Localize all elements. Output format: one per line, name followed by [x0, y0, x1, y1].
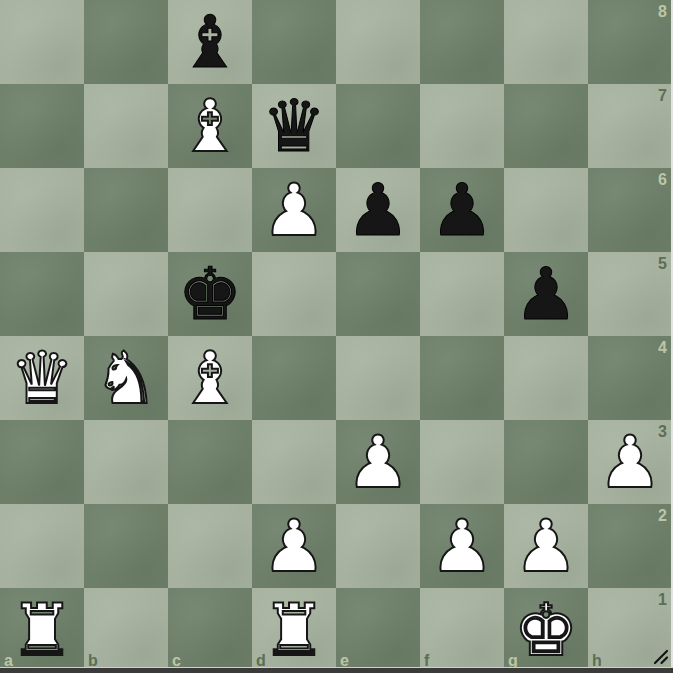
square-c8[interactable]: ♝: [168, 0, 252, 84]
square-f2[interactable]: ♟: [420, 504, 504, 588]
black-pawn[interactable]: ♟: [504, 252, 588, 336]
chess-board: ♝8♝♛7♟♟♟6♚♟5♛♞♝4♟3♟♟♟♟2a♜bcd♜efg♚h1: [0, 0, 672, 672]
square-a6[interactable]: [0, 168, 84, 252]
square-c6[interactable]: [168, 168, 252, 252]
white-rook[interactable]: ♜: [0, 588, 84, 672]
rank-label-7: 7: [658, 87, 667, 105]
rank-label-5: 5: [658, 255, 667, 273]
square-d5[interactable]: [252, 252, 336, 336]
square-h2[interactable]: 2: [588, 504, 672, 588]
square-a4[interactable]: ♛: [0, 336, 84, 420]
white-pawn[interactable]: ♟: [252, 504, 336, 588]
square-a2[interactable]: [0, 504, 84, 588]
square-d7[interactable]: ♛: [252, 84, 336, 168]
square-b4[interactable]: ♞: [84, 336, 168, 420]
square-c4[interactable]: ♝: [168, 336, 252, 420]
square-b6[interactable]: [84, 168, 168, 252]
rank-label-4: 4: [658, 339, 667, 357]
square-e1[interactable]: e: [336, 588, 420, 672]
white-pawn[interactable]: ♟: [252, 168, 336, 252]
white-queen[interactable]: ♛: [0, 336, 84, 420]
white-pawn[interactable]: ♟: [420, 504, 504, 588]
square-d2[interactable]: ♟: [252, 504, 336, 588]
white-bishop[interactable]: ♝: [168, 84, 252, 168]
square-f6[interactable]: ♟: [420, 168, 504, 252]
square-f4[interactable]: [420, 336, 504, 420]
square-h8[interactable]: 8: [588, 0, 672, 84]
black-bishop[interactable]: ♝: [168, 0, 252, 84]
square-e2[interactable]: [336, 504, 420, 588]
black-queen[interactable]: ♛: [252, 84, 336, 168]
square-h5[interactable]: 5: [588, 252, 672, 336]
resize-diagonal-lines-icon: [652, 648, 669, 665]
black-king[interactable]: ♚: [168, 252, 252, 336]
square-b3[interactable]: [84, 420, 168, 504]
white-knight[interactable]: ♞: [84, 336, 168, 420]
square-d4[interactable]: [252, 336, 336, 420]
square-c1[interactable]: c: [168, 588, 252, 672]
square-e3[interactable]: ♟: [336, 420, 420, 504]
square-d8[interactable]: [252, 0, 336, 84]
square-g7[interactable]: [504, 84, 588, 168]
square-f3[interactable]: [420, 420, 504, 504]
white-rook[interactable]: ♜: [252, 588, 336, 672]
square-h4[interactable]: 4: [588, 336, 672, 420]
white-pawn[interactable]: ♟: [336, 420, 420, 504]
square-b7[interactable]: [84, 84, 168, 168]
square-a5[interactable]: [0, 252, 84, 336]
square-c5[interactable]: ♚: [168, 252, 252, 336]
rank-label-1: 1: [658, 591, 667, 609]
square-h7[interactable]: 7: [588, 84, 672, 168]
square-b2[interactable]: [84, 504, 168, 588]
square-a7[interactable]: [0, 84, 84, 168]
black-pawn[interactable]: ♟: [336, 168, 420, 252]
square-g1[interactable]: g♚: [504, 588, 588, 672]
white-king[interactable]: ♚: [504, 588, 588, 672]
square-f8[interactable]: [420, 0, 504, 84]
square-g6[interactable]: [504, 168, 588, 252]
black-pawn[interactable]: ♟: [420, 168, 504, 252]
square-h3[interactable]: 3♟: [588, 420, 672, 504]
square-b1[interactable]: b: [84, 588, 168, 672]
square-c3[interactable]: [168, 420, 252, 504]
board-resize-handle[interactable]: [652, 648, 669, 665]
square-e8[interactable]: [336, 0, 420, 84]
square-d3[interactable]: [252, 420, 336, 504]
square-g3[interactable]: [504, 420, 588, 504]
bottom-bar: [0, 667, 673, 673]
square-g2[interactable]: ♟: [504, 504, 588, 588]
square-c7[interactable]: ♝: [168, 84, 252, 168]
white-bishop[interactable]: ♝: [168, 336, 252, 420]
rank-label-8: 8: [658, 3, 667, 21]
rank-label-2: 2: [658, 507, 667, 525]
square-a3[interactable]: [0, 420, 84, 504]
white-pawn[interactable]: ♟: [504, 504, 588, 588]
square-e5[interactable]: [336, 252, 420, 336]
chess-app: ♝8♝♛7♟♟♟6♚♟5♛♞♝4♟3♟♟♟♟2a♜bcd♜efg♚h1: [0, 0, 673, 673]
square-b5[interactable]: [84, 252, 168, 336]
square-g5[interactable]: ♟: [504, 252, 588, 336]
square-e4[interactable]: [336, 336, 420, 420]
square-b8[interactable]: [84, 0, 168, 84]
square-h6[interactable]: 6: [588, 168, 672, 252]
rank-label-6: 6: [658, 171, 667, 189]
square-g4[interactable]: [504, 336, 588, 420]
square-d1[interactable]: d♜: [252, 588, 336, 672]
square-e6[interactable]: ♟: [336, 168, 420, 252]
square-f5[interactable]: [420, 252, 504, 336]
square-f1[interactable]: f: [420, 588, 504, 672]
square-f7[interactable]: [420, 84, 504, 168]
white-pawn[interactable]: ♟: [588, 420, 672, 504]
square-d6[interactable]: ♟: [252, 168, 336, 252]
square-c2[interactable]: [168, 504, 252, 588]
square-e7[interactable]: [336, 84, 420, 168]
square-a1[interactable]: a♜: [0, 588, 84, 672]
square-g8[interactable]: [504, 0, 588, 84]
square-a8[interactable]: [0, 0, 84, 84]
